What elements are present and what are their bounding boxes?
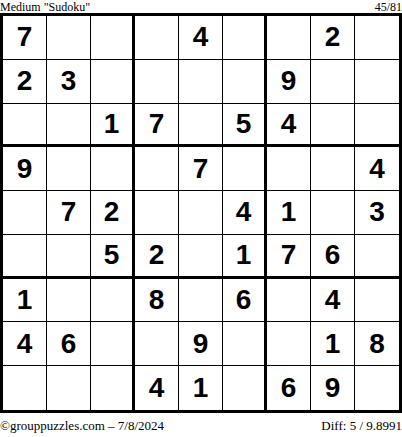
- sudoku-cell[interactable]: [223, 60, 267, 104]
- sudoku-cell[interactable]: [223, 16, 267, 60]
- sudoku-cell[interactable]: [47, 104, 91, 148]
- sudoku-cell[interactable]: 8: [355, 322, 399, 366]
- sudoku-cell[interactable]: [47, 279, 91, 323]
- sudoku-cell[interactable]: [179, 191, 223, 235]
- sudoku-cell[interactable]: [47, 235, 91, 279]
- sudoku-cell[interactable]: [3, 104, 47, 148]
- sudoku-cell[interactable]: 3: [47, 60, 91, 104]
- sudoku-cell[interactable]: 9: [3, 147, 47, 191]
- sudoku-cell[interactable]: 7: [3, 16, 47, 60]
- sudoku-cell[interactable]: [355, 60, 399, 104]
- sudoku-cell[interactable]: 7: [267, 235, 311, 279]
- sudoku-cell[interactable]: [223, 322, 267, 366]
- sudoku-cell[interactable]: 4: [267, 104, 311, 148]
- sudoku-cell[interactable]: [91, 60, 135, 104]
- sudoku-cell[interactable]: [135, 191, 179, 235]
- sudoku-cell[interactable]: [223, 366, 267, 410]
- sudoku-cell[interactable]: [179, 235, 223, 279]
- sudoku-cell[interactable]: 1: [3, 279, 47, 323]
- sudoku-cell[interactable]: [267, 322, 311, 366]
- sudoku-cell[interactable]: [135, 60, 179, 104]
- sudoku-cell[interactable]: 1: [311, 322, 355, 366]
- sudoku-cell[interactable]: 4: [311, 279, 355, 323]
- sudoku-cell[interactable]: [91, 279, 135, 323]
- sudoku-cell[interactable]: [179, 104, 223, 148]
- sudoku-cell[interactable]: 2: [3, 60, 47, 104]
- sudoku-cell[interactable]: 6: [267, 366, 311, 410]
- sudoku-cell[interactable]: [179, 60, 223, 104]
- difficulty-text: Diff: 5 / 9.8991: [321, 419, 402, 433]
- sudoku-cell[interactable]: 2: [311, 16, 355, 60]
- sudoku-cell[interactable]: 3: [355, 191, 399, 235]
- sudoku-cell[interactable]: [355, 104, 399, 148]
- sudoku-cell[interactable]: [267, 16, 311, 60]
- sudoku-cell[interactable]: 5: [223, 104, 267, 148]
- sudoku-cell[interactable]: [267, 147, 311, 191]
- sudoku-cell[interactable]: 4: [223, 191, 267, 235]
- sudoku-cell[interactable]: 2: [135, 235, 179, 279]
- sudoku-cell[interactable]: [135, 147, 179, 191]
- sudoku-cell[interactable]: 6: [311, 235, 355, 279]
- sudoku-cell[interactable]: [3, 235, 47, 279]
- footer: ©grouppuzzles.com – 7/8/2024 Diff: 5 / 9…: [0, 413, 402, 437]
- sudoku-cell[interactable]: [3, 191, 47, 235]
- sudoku-cell[interactable]: [47, 366, 91, 410]
- sudoku-cell[interactable]: [355, 235, 399, 279]
- sudoku-cell[interactable]: [47, 16, 91, 60]
- sudoku-cell[interactable]: 5: [91, 235, 135, 279]
- sudoku-cell[interactable]: 1: [223, 235, 267, 279]
- sudoku-cell[interactable]: 1: [179, 366, 223, 410]
- sudoku-cell[interactable]: [311, 104, 355, 148]
- copyright-text: ©grouppuzzles.com – 7/8/2024: [0, 419, 164, 433]
- sudoku-cell[interactable]: [47, 147, 91, 191]
- sudoku-cell[interactable]: 2: [91, 191, 135, 235]
- sudoku-cell[interactable]: 7: [47, 191, 91, 235]
- cell-counter: 45/81: [375, 1, 402, 13]
- sudoku-cell[interactable]: 9: [267, 60, 311, 104]
- sudoku-cell[interactable]: [91, 16, 135, 60]
- sudoku-cell[interactable]: [3, 366, 47, 410]
- sudoku-cell[interactable]: 4: [135, 366, 179, 410]
- sudoku-cell[interactable]: 4: [179, 16, 223, 60]
- sudoku-cell[interactable]: [355, 366, 399, 410]
- sudoku-cell[interactable]: [355, 16, 399, 60]
- sudoku-cell[interactable]: [311, 191, 355, 235]
- sudoku-cell[interactable]: [135, 322, 179, 366]
- sudoku-cell[interactable]: 6: [47, 322, 91, 366]
- sudoku-board: 742239175497472413521761864469184169: [0, 13, 402, 413]
- sudoku-cell[interactable]: 1: [91, 104, 135, 148]
- sudoku-cell[interactable]: [355, 279, 399, 323]
- sudoku-page: Medium "Sudoku" 45/81 742239175497472413…: [0, 0, 402, 437]
- sudoku-cell[interactable]: 4: [355, 147, 399, 191]
- sudoku-cell[interactable]: [311, 147, 355, 191]
- puzzle-title: Medium "Sudoku": [0, 1, 90, 13]
- sudoku-cell[interactable]: 4: [3, 322, 47, 366]
- sudoku-cell[interactable]: [135, 16, 179, 60]
- sudoku-cell[interactable]: [91, 366, 135, 410]
- sudoku-cell[interactable]: [91, 147, 135, 191]
- sudoku-cell[interactable]: 8: [135, 279, 179, 323]
- sudoku-cell[interactable]: 9: [311, 366, 355, 410]
- sudoku-cell[interactable]: [223, 147, 267, 191]
- sudoku-cell[interactable]: [179, 279, 223, 323]
- sudoku-cell[interactable]: [311, 60, 355, 104]
- sudoku-cell[interactable]: 1: [267, 191, 311, 235]
- sudoku-cell[interactable]: 9: [179, 322, 223, 366]
- sudoku-cell[interactable]: [91, 322, 135, 366]
- header: Medium "Sudoku" 45/81: [0, 0, 402, 13]
- sudoku-cell[interactable]: 6: [223, 279, 267, 323]
- sudoku-cell[interactable]: [267, 279, 311, 323]
- sudoku-cell[interactable]: 7: [135, 104, 179, 148]
- sudoku-cell[interactable]: 7: [179, 147, 223, 191]
